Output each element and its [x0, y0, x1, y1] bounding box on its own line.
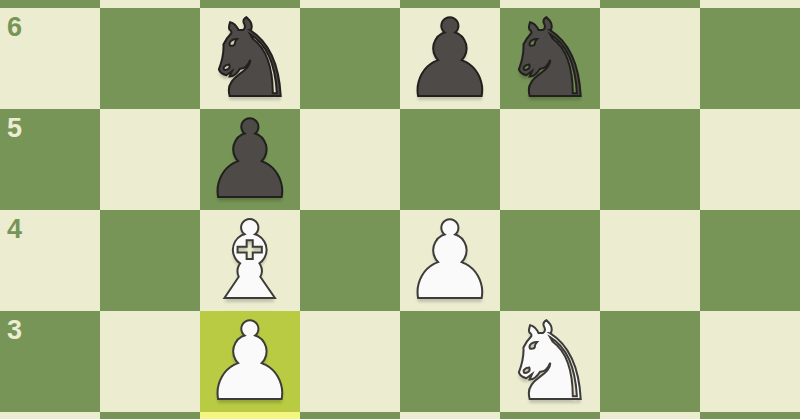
square-f3[interactable]: ♞	[500, 311, 600, 412]
piece-black-knight-f6[interactable]: ♞	[502, 8, 599, 109]
square-d2[interactable]	[300, 412, 400, 419]
square-e3[interactable]	[400, 311, 500, 412]
piece-black-pawn-e6[interactable]: ♟	[402, 8, 499, 109]
square-d4[interactable]	[300, 210, 400, 311]
square-c2[interactable]	[200, 412, 300, 419]
square-a4[interactable]: 4	[0, 210, 100, 311]
square-g4[interactable]	[600, 210, 700, 311]
square-c6[interactable]: ♞	[200, 8, 300, 109]
square-f5[interactable]	[500, 109, 600, 210]
piece-white-pawn-e4[interactable]: ♟	[402, 210, 499, 311]
square-g6[interactable]	[600, 8, 700, 109]
square-g5[interactable]	[600, 109, 700, 210]
rank-label-6: 6	[7, 14, 22, 41]
piece-white-pawn-c3[interactable]: ♟	[202, 311, 299, 412]
square-d6[interactable]	[300, 8, 400, 109]
rank-label-3: 3	[7, 317, 22, 344]
square-a7[interactable]	[0, 0, 100, 8]
square-g7[interactable]	[600, 0, 700, 8]
square-a2[interactable]	[0, 412, 100, 419]
square-e2[interactable]	[400, 412, 500, 419]
square-f6[interactable]: ♞	[500, 8, 600, 109]
square-h4[interactable]	[700, 210, 800, 311]
piece-black-knight-c6[interactable]: ♞	[202, 8, 299, 109]
piece-white-knight-f3[interactable]: ♞	[502, 311, 599, 412]
square-b3[interactable]	[100, 311, 200, 412]
square-f4[interactable]	[500, 210, 600, 311]
square-d5[interactable]	[300, 109, 400, 210]
piece-black-pawn-c5[interactable]: ♟	[202, 109, 299, 210]
square-c5[interactable]: ♟	[200, 109, 300, 210]
square-a3[interactable]: 3	[0, 311, 100, 412]
square-g2[interactable]	[600, 412, 700, 419]
square-b2[interactable]	[100, 412, 200, 419]
square-h5[interactable]	[700, 109, 800, 210]
square-a6[interactable]: 6	[0, 8, 100, 109]
square-e5[interactable]	[400, 109, 500, 210]
square-b6[interactable]	[100, 8, 200, 109]
square-h2[interactable]	[700, 412, 800, 419]
rank-label-4: 4	[7, 216, 22, 243]
rank-label-5: 5	[7, 115, 22, 142]
square-e6[interactable]: ♟	[400, 8, 500, 109]
square-g3[interactable]	[600, 311, 700, 412]
square-c4[interactable]: ♝	[200, 210, 300, 311]
square-e4[interactable]: ♟	[400, 210, 500, 311]
chess-board: 6♞♟♞5♟4♝♟3♟♞	[0, 0, 800, 419]
piece-white-bishop-c4[interactable]: ♝	[202, 210, 299, 311]
square-f2[interactable]	[500, 412, 600, 419]
square-a5[interactable]: 5	[0, 109, 100, 210]
square-c3[interactable]: ♟	[200, 311, 300, 412]
square-b5[interactable]	[100, 109, 200, 210]
chess-board-viewport: 6♞♟♞5♟4♝♟3♟♞	[0, 0, 800, 419]
square-b4[interactable]	[100, 210, 200, 311]
square-d7[interactable]	[300, 0, 400, 8]
square-h3[interactable]	[700, 311, 800, 412]
square-h7[interactable]	[700, 0, 800, 8]
square-b7[interactable]	[100, 0, 200, 8]
square-h6[interactable]	[700, 8, 800, 109]
square-d3[interactable]	[300, 311, 400, 412]
